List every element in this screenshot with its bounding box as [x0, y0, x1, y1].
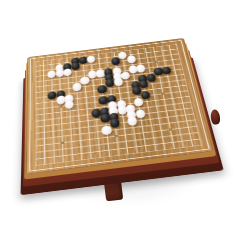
go-table: [16, 4, 208, 196]
go-board: [26, 38, 214, 174]
goban-photo: [0, 0, 240, 225]
board-grid: [36, 44, 203, 166]
